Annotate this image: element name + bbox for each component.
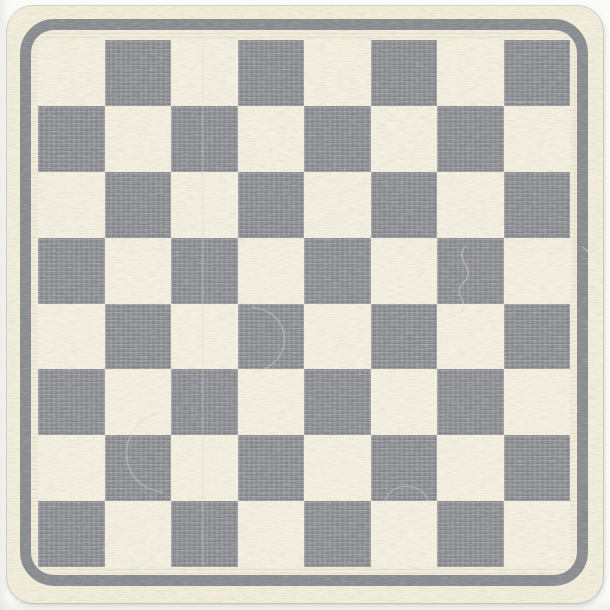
square-b2[interactable]: [105, 435, 172, 501]
square-h3[interactable]: [504, 369, 571, 435]
square-a8[interactable]: [38, 40, 105, 106]
square-b1[interactable]: [105, 501, 172, 567]
square-h2[interactable]: [504, 435, 571, 501]
square-g8[interactable]: [437, 40, 504, 106]
square-h5[interactable]: [504, 238, 571, 304]
square-f3[interactable]: [371, 369, 438, 435]
square-c5[interactable]: [171, 238, 238, 304]
square-a1[interactable]: [38, 501, 105, 567]
square-g2[interactable]: [437, 435, 504, 501]
square-h6[interactable]: [504, 172, 571, 238]
square-c6[interactable]: [171, 172, 238, 238]
chessboard-grid: [38, 40, 570, 567]
square-d5[interactable]: [238, 238, 305, 304]
square-e3[interactable]: [304, 369, 371, 435]
square-g5[interactable]: [437, 238, 504, 304]
chessboard-mat: [7, 6, 603, 603]
square-g6[interactable]: [437, 172, 504, 238]
square-e2[interactable]: [304, 435, 371, 501]
square-a7[interactable]: [38, 106, 105, 172]
square-b3[interactable]: [105, 369, 172, 435]
square-d6[interactable]: [238, 172, 305, 238]
square-h1[interactable]: [504, 501, 571, 567]
square-a5[interactable]: [38, 238, 105, 304]
square-a4[interactable]: [38, 304, 105, 370]
square-a6[interactable]: [38, 172, 105, 238]
square-c4[interactable]: [171, 304, 238, 370]
square-d1[interactable]: [238, 501, 305, 567]
square-e5[interactable]: [304, 238, 371, 304]
square-f5[interactable]: [371, 238, 438, 304]
photo-background: [0, 0, 610, 610]
square-e1[interactable]: [304, 501, 371, 567]
square-f7[interactable]: [371, 106, 438, 172]
square-f4[interactable]: [371, 304, 438, 370]
square-h4[interactable]: [504, 304, 571, 370]
square-g3[interactable]: [437, 369, 504, 435]
square-e7[interactable]: [304, 106, 371, 172]
square-f2[interactable]: [371, 435, 438, 501]
square-h7[interactable]: [504, 106, 571, 172]
square-b4[interactable]: [105, 304, 172, 370]
square-g4[interactable]: [437, 304, 504, 370]
square-c8[interactable]: [171, 40, 238, 106]
square-f1[interactable]: [371, 501, 438, 567]
square-c7[interactable]: [171, 106, 238, 172]
square-g1[interactable]: [437, 501, 504, 567]
square-d3[interactable]: [238, 369, 305, 435]
square-e6[interactable]: [304, 172, 371, 238]
square-e4[interactable]: [304, 304, 371, 370]
square-f8[interactable]: [371, 40, 438, 106]
square-h8[interactable]: [504, 40, 571, 106]
square-c2[interactable]: [171, 435, 238, 501]
square-c1[interactable]: [171, 501, 238, 567]
square-b7[interactable]: [105, 106, 172, 172]
square-g7[interactable]: [437, 106, 504, 172]
square-b8[interactable]: [105, 40, 172, 106]
square-b6[interactable]: [105, 172, 172, 238]
square-d7[interactable]: [238, 106, 305, 172]
square-f6[interactable]: [371, 172, 438, 238]
square-d8[interactable]: [238, 40, 305, 106]
square-b5[interactable]: [105, 238, 172, 304]
square-e8[interactable]: [304, 40, 371, 106]
square-d2[interactable]: [238, 435, 305, 501]
square-a2[interactable]: [38, 435, 105, 501]
square-c3[interactable]: [171, 369, 238, 435]
square-d4[interactable]: [238, 304, 305, 370]
square-a3[interactable]: [38, 369, 105, 435]
